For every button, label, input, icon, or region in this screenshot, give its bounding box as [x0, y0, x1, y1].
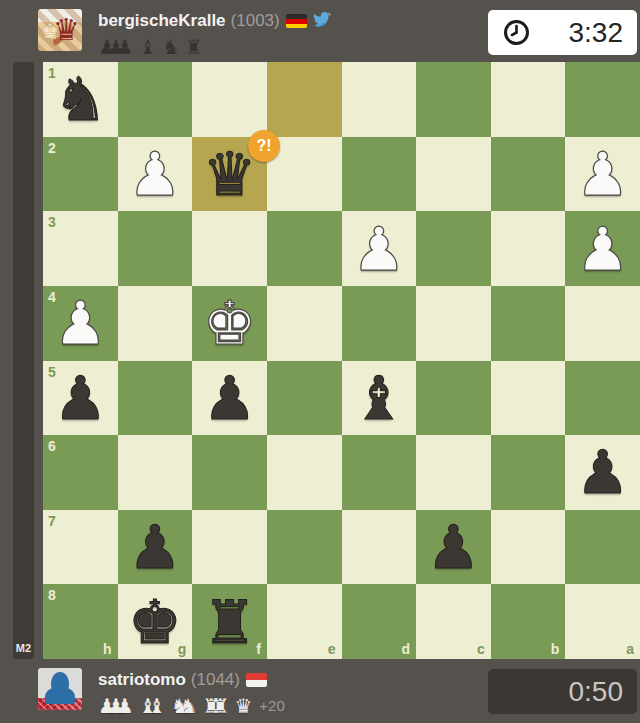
square-b7[interactable] [491, 510, 566, 585]
file-label: d [402, 641, 411, 657]
captured-group: ♝♝ [139, 695, 166, 717]
piece-white-pawn-a2[interactable]: ♟ [565, 137, 640, 212]
square-e4[interactable] [267, 286, 342, 361]
square-d8[interactable]: d [342, 584, 417, 659]
square-c2[interactable] [416, 137, 491, 212]
square-d2[interactable] [342, 137, 417, 212]
file-label: c [477, 641, 485, 657]
square-e8[interactable]: e [267, 584, 342, 659]
square-c4[interactable] [416, 286, 491, 361]
square-f1[interactable] [192, 62, 267, 137]
indonesia-flag-icon [246, 673, 267, 687]
piece-white-pawn-a3[interactable]: ♟ [565, 211, 640, 286]
piece-black-bishop-d5[interactable]: ♝ [342, 361, 417, 436]
square-g4[interactable] [118, 286, 193, 361]
material-advantage: +20 [259, 695, 284, 717]
file-label: a [626, 641, 634, 657]
square-b5[interactable] [491, 361, 566, 436]
square-g3[interactable] [118, 211, 193, 286]
square-a6[interactable]: ♟ [565, 435, 640, 510]
bottom-player-avatar[interactable] [38, 668, 82, 710]
captured-group: ♞ [162, 36, 180, 58]
square-g1[interactable] [118, 62, 193, 137]
square-h6[interactable]: 6 [43, 435, 118, 510]
bottom-captured-pieces: ♟♟♟♝♝♞♞♜♜♛+20 [98, 695, 285, 717]
file-label: b [551, 641, 560, 657]
square-e7[interactable] [267, 510, 342, 585]
square-g5[interactable] [118, 361, 193, 436]
square-d4[interactable] [342, 286, 417, 361]
square-c7[interactable]: ♟ [416, 510, 491, 585]
square-g2[interactable]: ♟ [118, 137, 193, 212]
rank-label: 2 [48, 140, 56, 156]
rank-label: 3 [48, 214, 56, 230]
captured-group: ♟♟♟ [98, 695, 134, 717]
square-h1[interactable]: 1♞ [43, 62, 118, 137]
square-c5[interactable] [416, 361, 491, 436]
square-g8[interactable]: g♚ [118, 584, 193, 659]
square-a7[interactable] [565, 510, 640, 585]
bottom-player-clock: 0:50 [488, 669, 637, 714]
square-a5[interactable] [565, 361, 640, 436]
square-c1[interactable] [416, 62, 491, 137]
square-h5[interactable]: 5♟ [43, 361, 118, 436]
square-e6[interactable] [267, 435, 342, 510]
move-classification-badge: ?! [248, 130, 280, 162]
piece-black-pawn-g7[interactable]: ♟ [118, 510, 193, 585]
top-player-username: bergischeKralle [98, 11, 226, 30]
square-b1[interactable] [491, 62, 566, 137]
square-b4[interactable] [491, 286, 566, 361]
square-d3[interactable]: ♟ [342, 211, 417, 286]
square-d7[interactable] [342, 510, 417, 585]
board-area: M2 1♞2♟♛♟3♟♟4♟♚5♟♟♝6♟7♟♟8hg♚f♜edcba ?! [0, 62, 640, 659]
piece-black-knight-h1[interactable]: ♞ [43, 62, 118, 137]
top-player-rating: (1003) [231, 11, 280, 30]
square-h4[interactable]: 4♟ [43, 286, 118, 361]
square-f7[interactable] [192, 510, 267, 585]
square-f5[interactable]: ♟ [192, 361, 267, 436]
piece-white-king-f4[interactable]: ♚ [192, 286, 267, 361]
top-player-clock: 3:32 [488, 10, 637, 55]
square-c3[interactable] [416, 211, 491, 286]
rank-label: 6 [48, 438, 56, 454]
top-captured-pieces: ♟♟♟♝♞♜ [98, 36, 208, 58]
square-g7[interactable]: ♟ [118, 510, 193, 585]
rank-label: 8 [48, 587, 56, 603]
avatar-head [51, 672, 69, 695]
square-b8[interactable]: b [491, 584, 566, 659]
square-c8[interactable]: c [416, 584, 491, 659]
piece-black-pawn-f5[interactable]: ♟ [192, 361, 267, 436]
square-h8[interactable]: 8h [43, 584, 118, 659]
square-b2[interactable] [491, 137, 566, 212]
piece-black-king-g8[interactable]: ♚ [118, 584, 193, 659]
square-h2[interactable]: 2 [43, 137, 118, 212]
square-d5[interactable]: ♝ [342, 361, 417, 436]
square-h7[interactable]: 7 [43, 510, 118, 585]
chess-board: 1♞2♟♛♟3♟♟4♟♚5♟♟♝6♟7♟♟8hg♚f♜edcba [43, 62, 640, 659]
captured-group: ♟♟♟ [98, 36, 134, 58]
piece-black-rook-f8[interactable]: ♜ [192, 584, 267, 659]
piece-white-pawn-h4[interactable]: ♟ [43, 286, 118, 361]
bottom-player-bar: satriotomo(1044) ♟♟♟♝♝♞♞♜♜♛+20 0:50 [0, 659, 640, 723]
square-d6[interactable] [342, 435, 417, 510]
piece-black-pawn-a6[interactable]: ♟ [565, 435, 640, 510]
captured-group: ♜♜ [203, 695, 230, 717]
captured-group: ♝ [139, 36, 157, 58]
captured-group: ♞♞ [171, 695, 198, 717]
square-a2[interactable]: ♟ [565, 137, 640, 212]
square-h3[interactable]: 3 [43, 211, 118, 286]
top-clock-time: 3:32 [569, 10, 624, 55]
bottom-player-rating: (1044) [191, 670, 240, 689]
piece-white-pawn-d3[interactable]: ♟ [342, 211, 417, 286]
twitter-bird-icon [312, 11, 334, 29]
top-player-bar: ♚ ♞ ♛ bergischeKralle(1003) ♟♟♟♝♞♜ 3:32 [0, 0, 640, 62]
square-c6[interactable] [416, 435, 491, 510]
piece-black-pawn-h5[interactable]: ♟ [43, 361, 118, 436]
rank-label: 7 [48, 513, 56, 529]
evaluation-bar: M2 [13, 62, 34, 659]
square-a3[interactable]: ♟ [565, 211, 640, 286]
square-f3[interactable] [192, 211, 267, 286]
germany-flag-icon [286, 14, 307, 28]
bottom-player-username: satriotomo [98, 670, 186, 689]
piece-black-pawn-c7[interactable]: ♟ [416, 510, 491, 585]
captured-group: ♛ [234, 695, 252, 717]
square-f4[interactable]: ♚ [192, 286, 267, 361]
evaluation-label: M2 [13, 642, 34, 654]
clock-icon [503, 19, 530, 46]
square-g6[interactable] [118, 435, 193, 510]
square-e3[interactable] [267, 211, 342, 286]
square-d1[interactable] [342, 62, 417, 137]
avatar-queen-icon: ♛ [53, 11, 80, 49]
square-b3[interactable] [491, 211, 566, 286]
file-label: e [328, 641, 336, 657]
square-f8[interactable]: f♜ [192, 584, 267, 659]
bottom-clock-time: 0:50 [569, 669, 624, 714]
square-a1[interactable] [565, 62, 640, 137]
square-b6[interactable] [491, 435, 566, 510]
square-a4[interactable] [565, 286, 640, 361]
file-label: h [103, 641, 112, 657]
top-player-avatar[interactable]: ♚ ♞ ♛ [38, 9, 82, 51]
piece-white-pawn-g2[interactable]: ♟ [118, 137, 193, 212]
square-a8[interactable]: a [565, 584, 640, 659]
square-f6[interactable] [192, 435, 267, 510]
square-e1[interactable] [267, 62, 342, 137]
square-e5[interactable] [267, 361, 342, 436]
captured-group: ♜ [185, 36, 203, 58]
